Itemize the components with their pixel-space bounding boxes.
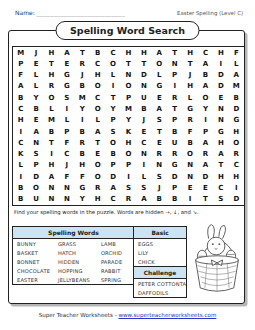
grid-cell-r12c13: D (198, 171, 213, 182)
grid-cell-r3c10: L (152, 70, 167, 81)
grid-cell-r5c13: O (198, 92, 213, 103)
grid-cell-r10c2: S (28, 149, 43, 160)
grid-cell-r11c9: I (136, 160, 151, 171)
grid-cell-r1c9: H (136, 47, 151, 58)
grid-cell-r2c13: A (198, 58, 213, 69)
name-field: Name: __________________________ (15, 9, 125, 16)
grid-cell-r8c15: H (229, 126, 244, 137)
grid-cell-r13c1: B (13, 182, 28, 193)
spelling-words-grid: BUNNYGRASSLAMBBASKETHATCHORCHIDBONNETHID… (13, 239, 134, 284)
grid-cell-r8c4: P (59, 126, 74, 137)
grid-cell-r8c12: F (182, 126, 197, 137)
list-word: EGGS (134, 239, 186, 248)
grid-cell-r14c5: Y (75, 194, 90, 205)
grid-cell-r12c9: L (136, 171, 151, 182)
page-title: Spelling Word Search (55, 21, 200, 40)
grid-cell-r2c12: T (182, 58, 197, 69)
spelling-words-table: Spelling Words BUNNYGRASSLAMBBASKETHATCH… (12, 226, 135, 285)
grid-cell-r5c4: S (59, 92, 74, 103)
grid-cell-r4c6: O (90, 81, 105, 92)
grid-cell-r13c2: O (28, 182, 43, 193)
grid-cell-r11c13: A (198, 160, 213, 171)
grid-cell-r2c14: I (213, 58, 228, 69)
grid-cell-r7c14: N (213, 115, 228, 126)
grid-cell-r8c1: I (13, 126, 28, 137)
grid-cell-r9c8: H (121, 137, 136, 148)
grid-cell-r12c10: S (152, 171, 167, 182)
worksheet-level-label: Easter Spelling (Level C) (177, 10, 243, 16)
grid-cell-r2c9: T (136, 58, 151, 69)
grid-cell-r6c13: Y (198, 103, 213, 114)
grid-cell-r7c5: I (75, 115, 90, 126)
list-word: DAFFODILS (134, 288, 186, 297)
spelling-word: RABBIT (97, 266, 134, 275)
grid-cell-r9c9: C (136, 137, 151, 148)
grid-cell-r10c8: O (121, 149, 136, 160)
grid-cell-r14c2: U (28, 194, 43, 205)
grid-cell-r7c15: G (229, 115, 244, 126)
grid-cell-r4c9: N (136, 81, 151, 92)
grid-cell-r7c7: P (105, 115, 120, 126)
instruction-text: Find your spelling words in the puzzle. … (14, 209, 199, 215)
footer-url-link[interactable]: www.superteacherworksheets.com (118, 312, 216, 318)
grid-cell-r12c3: A (44, 171, 59, 182)
grid-cell-r2c8: T (121, 58, 136, 69)
grid-cell-r6c3: L (44, 103, 59, 114)
grid-cell-r13c12: E (182, 182, 197, 193)
spelling-word: CHOCOLATE (13, 266, 54, 275)
grid-cell-r1c14: H (213, 47, 228, 58)
footer: Super Teacher Worksheets - www.superteac… (0, 312, 255, 318)
grid-cell-r7c11: P (167, 115, 182, 126)
grid-cell-r10c4: C (59, 149, 74, 160)
grid-cell-r10c13: R (198, 149, 213, 160)
spelling-word: HIDDEN (54, 257, 97, 266)
grid-cell-r8c7: S (105, 126, 120, 137)
grid-cell-r9c7: O (105, 137, 120, 148)
grid-cell-r10c9: N (136, 149, 151, 160)
challenge-words-list: PETER COTTONTAILDAFFODILS (134, 279, 186, 297)
grid-cell-r14c10: B (152, 194, 167, 205)
grid-cell-r5c6: C (90, 92, 105, 103)
grid-cell-r6c9: B (136, 103, 151, 114)
grid-cell-r6c6: O (90, 103, 105, 114)
basic-challenge-table: Basic EGGSLILYCHICK Challenge PETER COTT… (133, 226, 187, 298)
grid-cell-r1c1: M (13, 47, 28, 58)
grid-cell-r13c5: G (75, 182, 90, 193)
grid-cell-r5c5: M (75, 92, 90, 103)
grid-cell-r14c15: D (229, 194, 244, 205)
grid-cell-r12c6: O (90, 171, 105, 182)
grid-cell-r6c11: T (167, 103, 182, 114)
grid-cell-r8c6: A (90, 126, 105, 137)
grid-cell-r13c4: N (59, 182, 74, 193)
grid-cell-r8c14: G (213, 126, 228, 137)
spelling-word: ORCHID (97, 248, 134, 257)
grid-cell-r8c13: P (198, 126, 213, 137)
grid-cell-r9c14: H (213, 137, 228, 148)
grid-cell-r1c11: T (167, 47, 182, 58)
basic-words-list: EGGSLILYCHICK (134, 239, 186, 266)
grid-cell-r13c9: S (136, 182, 151, 193)
grid-cell-r4c4: G (59, 81, 74, 92)
grid-cell-r14c4: N (59, 194, 74, 205)
grid-cell-r1c6: B (90, 47, 105, 58)
spelling-word: PARADE (97, 257, 134, 266)
grid-cell-r12c1: I (13, 171, 28, 182)
grid-cell-r7c10: S (152, 115, 167, 126)
grid-cell-r12c11: D (167, 171, 182, 182)
grid-cell-r3c8: N (121, 70, 136, 81)
grid-cell-r1c5: T (75, 47, 90, 58)
grid-cell-r12c7: D (105, 171, 120, 182)
grid-cell-r3c7: L (105, 70, 120, 81)
grid-cell-r6c10: A (152, 103, 167, 114)
basic-header: Basic (134, 227, 186, 239)
grid-cell-r4c11: I (167, 81, 182, 92)
grid-cell-r11c10: N (152, 160, 167, 171)
grid-cell-r11c5: H (75, 160, 90, 171)
grid-cell-r14c11: B (167, 194, 182, 205)
grid-cell-r10c6: E (90, 149, 105, 160)
grid-cell-r2c2: E (28, 58, 43, 69)
grid-cell-r10c5: B (75, 149, 90, 160)
grid-cell-r10c1: K (13, 149, 28, 160)
grid-cell-r14c8: R (121, 194, 136, 205)
grid-cell-r6c1: C (13, 103, 28, 114)
grid-cell-r11c2: P (28, 160, 43, 171)
grid-cell-r10c10: R (152, 149, 167, 160)
grid-cell-r3c14: D (213, 70, 228, 81)
grid-cell-r11c1: L (13, 160, 28, 171)
grid-cell-r12c8: I (121, 171, 136, 182)
grid-cell-r8c9: E (136, 126, 151, 137)
grid-cell-r1c8: H (121, 47, 136, 58)
spelling-word: HATCH (54, 248, 97, 257)
grid-cell-r8c2: A (28, 126, 43, 137)
spelling-word: EASTER (13, 275, 54, 284)
grid-cell-r4c2: L (28, 81, 43, 92)
list-word: PETER COTTONTAIL (134, 279, 186, 288)
grid-cell-r14c9: A (136, 194, 151, 205)
grid-cell-r8c5: B (75, 126, 90, 137)
grid-cell-r13c3: N (44, 182, 59, 193)
grid-cell-r4c15: M (229, 81, 244, 92)
grid-cell-r5c15: B (229, 92, 244, 103)
grid-cell-r13c7: A (105, 182, 120, 193)
grid-cell-r9c2: N (28, 137, 43, 148)
footer-text: Super Teacher Worksheets - (39, 312, 119, 318)
grid-cell-r2c1: P (13, 58, 28, 69)
grid-cell-r14c3: N (44, 194, 59, 205)
grid-cell-r5c7: T (105, 92, 120, 103)
spelling-word: BONNET (13, 257, 54, 266)
grid-cell-r2c15: L (229, 58, 244, 69)
grid-cell-r11c14: T (213, 160, 228, 171)
grid-cell-r3c9: D (136, 70, 151, 81)
grid-cell-r3c2: L (28, 70, 43, 81)
grid-cell-r4c12: H (182, 81, 197, 92)
grid-cell-r10c11: R (167, 149, 182, 160)
easter-basket-bunny-illustration (190, 220, 244, 300)
grid-cell-r6c15: D (229, 103, 244, 114)
grid-cell-r8c3: B (44, 126, 59, 137)
grid-cell-r13c15: I (229, 182, 244, 193)
grid-cell-r13c14: C (213, 182, 228, 193)
grid-cell-r13c6: R (90, 182, 105, 193)
grid-cell-r9c12: B (182, 137, 197, 148)
grid-cell-r7c1: H (13, 115, 28, 126)
grid-cell-r2c7: O (105, 58, 120, 69)
grid-cell-r13c10: J (152, 182, 167, 193)
list-word: LILY (134, 248, 186, 257)
grid-cell-r5c8: P (121, 92, 136, 103)
grid-cell-r12c4: F (59, 171, 74, 182)
grid-cell-r13c11: P (167, 182, 182, 193)
spelling-word: HOPPING (54, 266, 97, 275)
grid-cell-r11c15: C (229, 160, 244, 171)
spelling-word: SPRING (97, 275, 134, 284)
page-header: Name: __________________________ Easter … (15, 9, 243, 16)
spelling-words-header: Spelling Words (13, 227, 134, 239)
grid-cell-r3c11: P (167, 70, 182, 81)
grid-cell-r3c4: G (59, 70, 74, 81)
spelling-word: GRASS (54, 239, 97, 248)
grid-cell-r1c4: A (59, 47, 74, 58)
grid-cell-r2c11: N (167, 58, 182, 69)
grid-cell-r14c1: B (13, 194, 28, 205)
grid-cell-r6c12: G (182, 103, 197, 114)
grid-cell-r14c14: S (213, 194, 228, 205)
grid-cell-r14c6: H (90, 194, 105, 205)
grid-cell-r12c15: H (229, 171, 244, 182)
grid-cell-r10c12: O (182, 149, 197, 160)
grid-cell-r5c11: R (167, 92, 182, 103)
grid-cell-r9c4: F (59, 137, 74, 148)
grid-cell-r14c7: C (105, 194, 120, 205)
grid-cell-r11c12: N (182, 160, 197, 171)
challenge-header: Challenge (134, 266, 186, 279)
grid-cell-r7c6: L (90, 115, 105, 126)
grid-cell-r4c14: D (213, 81, 228, 92)
grid-cell-r9c3: T (44, 137, 59, 148)
grid-cell-r5c12: L (182, 92, 197, 103)
grid-cell-r9c6: T (90, 137, 105, 148)
grid-cell-r9c1: C (13, 137, 28, 148)
list-word: CHICK (134, 257, 186, 266)
grid-cell-r11c11: G (167, 160, 182, 171)
grid-cell-r7c4: L (59, 115, 74, 126)
grid-cell-r14c13: T (198, 194, 213, 205)
grid-cell-r12c2: D (28, 171, 43, 182)
grid-cell-r8c11: B (167, 126, 182, 137)
grid-cell-r5c1: B (13, 92, 28, 103)
grid-cell-r11c7: P (105, 160, 120, 171)
grid-cell-r1c13: C (198, 47, 213, 58)
grid-cell-r2c10: O (152, 58, 167, 69)
grid-cell-r10c14: A (213, 149, 228, 160)
grid-cell-r4c7: I (105, 81, 120, 92)
grid-cell-r6c5: Y (75, 103, 90, 114)
grid-cell-r5c9: U (136, 92, 151, 103)
grid-cell-r9c13: A (198, 137, 213, 148)
spelling-word: LAMB (97, 239, 134, 248)
name-blank-line: __________________________ (37, 9, 125, 16)
grid-cell-r3c15: A (229, 70, 244, 81)
grid-cell-r2c4: E (59, 58, 74, 69)
grid-cell-r7c2: E (28, 115, 43, 126)
word-search-grid: MJHATBCHHATHCHFPETERCOTTONTAILFLHGJHLNDL… (12, 46, 245, 206)
grid-cell-r7c9: J (136, 115, 151, 126)
grid-cell-r11c8: P (121, 160, 136, 171)
grid-cell-r4c13: A (198, 81, 213, 92)
grid-cell-r9c10: E (152, 137, 167, 148)
grid-cell-r11c6: O (90, 160, 105, 171)
grid-cell-r1c12: H (182, 47, 197, 58)
grid-cell-r1c15: F (229, 47, 244, 58)
grid-cell-r12c14: H (213, 171, 228, 182)
spelling-word: JELLYBEANS (54, 275, 97, 284)
grid-cell-r4c8: O (121, 81, 136, 92)
grid-cell-r7c13: I (198, 115, 213, 126)
grid-cell-r8c10: T (152, 126, 167, 137)
grid-cell-r6c2: B (28, 103, 43, 114)
grid-cell-r7c8: Y (121, 115, 136, 126)
grid-cell-r4c10: G (152, 81, 167, 92)
grid-cell-r4c5: B (75, 81, 90, 92)
grid-cell-r5c3: O (44, 92, 59, 103)
grid-cell-r6c7: Y (105, 103, 120, 114)
grid-cell-r1c3: H (44, 47, 59, 58)
grid-cell-r5c2: Y (28, 92, 43, 103)
grid-cell-r9c15: O (229, 137, 244, 148)
grid-cell-r6c4: I (59, 103, 74, 114)
grid-cell-r11c4: J (59, 160, 74, 171)
grid-cell-r9c5: R (75, 137, 90, 148)
grid-cell-r3c5: J (75, 70, 90, 81)
grid-cell-r10c7: B (105, 149, 120, 160)
grid-cell-r10c15: R (229, 149, 244, 160)
name-label: Name: (15, 9, 35, 16)
grid-cell-r6c8: M (121, 103, 136, 114)
grid-cell-r8c8: K (121, 126, 136, 137)
grid-cell-r12c5: F (75, 171, 90, 182)
grid-cell-r12c12: N (182, 171, 197, 182)
grid-cell-r5c10: E (152, 92, 167, 103)
spelling-word: BASKET (13, 248, 54, 257)
grid-cell-r7c3: M (44, 115, 59, 126)
grid-cell-r13c8: S (121, 182, 136, 193)
grid-cell-r4c3: R (44, 81, 59, 92)
grid-cell-r13c13: E (198, 182, 213, 193)
grid-cell-r1c2: J (28, 47, 43, 58)
grid-cell-r6c14: N (213, 103, 228, 114)
grid-cell-r3c13: B (198, 70, 213, 81)
grid-cell-r2c6: C (90, 58, 105, 69)
grid-cell-r5c14: E (213, 92, 228, 103)
grid-cell-r9c11: U (167, 137, 182, 148)
grid-cell-r2c5: R (75, 58, 90, 69)
grid-cell-r3c12: J (182, 70, 197, 81)
grid-cell-r11c3: H (44, 160, 59, 171)
grid-cell-r2c3: T (44, 58, 59, 69)
grid-cell-r10c3: I (44, 149, 59, 160)
grid-cell-r1c7: C (105, 47, 120, 58)
grid-cell-r3c3: H (44, 70, 59, 81)
grid-cell-r3c6: H (90, 70, 105, 81)
spelling-word: BUNNY (13, 239, 54, 248)
grid-cell-r1c10: A (152, 47, 167, 58)
grid-cell-r4c1: A (13, 81, 28, 92)
grid-cell-r14c12: I (182, 194, 197, 205)
grid-cell-r7c12: R (182, 115, 197, 126)
grid-cell-r3c1: F (13, 70, 28, 81)
